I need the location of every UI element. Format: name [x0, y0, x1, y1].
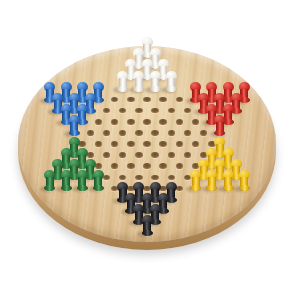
hole-r8c5[interactable] [159, 141, 167, 147]
peg-foot [93, 185, 104, 191]
hole-r6c8[interactable] [192, 119, 200, 125]
peg-white[interactable] [117, 71, 129, 92]
peg-foot [77, 185, 88, 191]
hole-r8c7[interactable] [192, 141, 200, 147]
peg-foot [206, 185, 217, 191]
peg-white[interactable] [149, 71, 161, 92]
peg-foot [117, 86, 128, 92]
hole-r9c7[interactable] [184, 152, 192, 158]
hole-r9c6[interactable] [168, 152, 176, 158]
hole-r8c1[interactable] [95, 141, 103, 147]
hole-r7c2[interactable] [103, 130, 111, 136]
hole-r7c4[interactable] [135, 130, 143, 136]
peg-yellow[interactable] [238, 170, 250, 191]
peg-foot [190, 185, 201, 191]
hole-r6c5[interactable] [143, 119, 151, 125]
hole-r8c2[interactable] [111, 141, 119, 147]
peg-yellow[interactable] [206, 170, 218, 191]
peg-foot [223, 185, 234, 191]
hole-r9c2[interactable] [103, 152, 111, 158]
peg-white[interactable] [133, 71, 145, 92]
peg-foot [69, 130, 80, 136]
peg-black[interactable] [141, 215, 153, 236]
peg-white[interactable] [165, 71, 177, 92]
hole-r11c7[interactable] [168, 175, 176, 181]
hole-r6c4[interactable] [127, 119, 135, 125]
hole-r7c8[interactable] [200, 130, 208, 136]
hole-r6c2[interactable] [95, 119, 103, 125]
hole-r8c3[interactable] [127, 141, 135, 147]
hole-r11c6[interactable] [151, 175, 159, 181]
hole-r9c4[interactable] [135, 152, 143, 158]
hole-r11c5[interactable] [135, 175, 143, 181]
hole-r7c1[interactable] [87, 130, 95, 136]
hole-r9c5[interactable] [151, 152, 159, 158]
hole-r7c7[interactable] [184, 130, 192, 136]
hole-r7c5[interactable] [151, 130, 159, 136]
peg-red[interactable] [214, 115, 226, 136]
hole-r6c7[interactable] [176, 119, 184, 125]
peg-green[interactable] [44, 170, 56, 191]
peg-foot [44, 185, 55, 191]
peg-green[interactable] [76, 170, 88, 191]
hole-r6c6[interactable] [159, 119, 167, 125]
peg-yellow[interactable] [190, 170, 202, 191]
peg-foot [239, 185, 250, 191]
hole-r10c7[interactable] [176, 163, 184, 169]
chinese-checkers-photo [0, 0, 292, 292]
peg-foot [150, 86, 161, 92]
hole-r6c3[interactable] [111, 119, 119, 125]
peg-foot [214, 130, 225, 136]
hole-r8c4[interactable] [143, 141, 151, 147]
peg-foot [61, 185, 72, 191]
hole-r7c3[interactable] [119, 130, 127, 136]
peg-foot [133, 86, 144, 92]
hole-r10c4[interactable] [127, 163, 135, 169]
peg-yellow[interactable] [222, 170, 234, 191]
peg-foot [166, 86, 177, 92]
peg-blue[interactable] [68, 115, 80, 136]
hole-r7c6[interactable] [168, 130, 176, 136]
hole-r10c6[interactable] [159, 163, 167, 169]
hole-r8c6[interactable] [176, 141, 184, 147]
peg-green[interactable] [60, 170, 72, 191]
peg-foot [142, 230, 153, 236]
hole-r4c5[interactable] [127, 97, 135, 103]
hole-r10c5[interactable] [143, 163, 151, 169]
peg-green[interactable] [92, 170, 104, 191]
